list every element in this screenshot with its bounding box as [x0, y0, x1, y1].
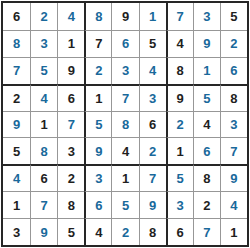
- cell-r1c5[interactable]: 9: [111, 3, 138, 30]
- cell-r3c9[interactable]: 6: [220, 57, 247, 84]
- cell-r7c3[interactable]: 2: [57, 164, 84, 191]
- cell-r9c5[interactable]: 2: [111, 218, 138, 245]
- cell-r1c9[interactable]: 5: [220, 3, 247, 30]
- sudoku-board: 6248917358317654927592348162461739589175…: [1, 1, 249, 247]
- cell-r6c8[interactable]: 6: [193, 137, 220, 164]
- cell-r3c1[interactable]: 7: [3, 57, 30, 84]
- cell-r8c4[interactable]: 6: [84, 191, 111, 218]
- cell-r5c6[interactable]: 6: [139, 111, 166, 138]
- cell-r4c9[interactable]: 8: [220, 84, 247, 111]
- cell-r3c8[interactable]: 1: [193, 57, 220, 84]
- cell-r1c6[interactable]: 1: [139, 3, 166, 30]
- cell-r8c1[interactable]: 1: [3, 191, 30, 218]
- cell-r5c9[interactable]: 3: [220, 111, 247, 138]
- cell-r7c7[interactable]: 5: [166, 164, 193, 191]
- cell-r1c3[interactable]: 4: [57, 3, 84, 30]
- cell-r4c1[interactable]: 2: [3, 84, 30, 111]
- cell-r3c4[interactable]: 2: [84, 57, 111, 84]
- cell-r7c1[interactable]: 4: [3, 164, 30, 191]
- cell-r6c5[interactable]: 4: [111, 137, 138, 164]
- cell-r4c4[interactable]: 1: [84, 84, 111, 111]
- cell-r8c3[interactable]: 8: [57, 191, 84, 218]
- cell-r3c7[interactable]: 8: [166, 57, 193, 84]
- cell-r6c2[interactable]: 8: [30, 137, 57, 164]
- cell-r5c1[interactable]: 9: [3, 111, 30, 138]
- cell-r2c6[interactable]: 5: [139, 30, 166, 57]
- cell-r4c3[interactable]: 6: [57, 84, 84, 111]
- cell-r5c3[interactable]: 7: [57, 111, 84, 138]
- cell-r2c1[interactable]: 8: [3, 30, 30, 57]
- cell-r6c7[interactable]: 1: [166, 137, 193, 164]
- cell-r8c2[interactable]: 7: [30, 191, 57, 218]
- cell-r9c2[interactable]: 9: [30, 218, 57, 245]
- cell-r2c2[interactable]: 3: [30, 30, 57, 57]
- cell-r9c4[interactable]: 4: [84, 218, 111, 245]
- cell-r1c8[interactable]: 3: [193, 3, 220, 30]
- cell-r3c6[interactable]: 4: [139, 57, 166, 84]
- cell-r9c6[interactable]: 8: [139, 218, 166, 245]
- cell-r5c2[interactable]: 1: [30, 111, 57, 138]
- cell-r4c2[interactable]: 4: [30, 84, 57, 111]
- cell-r7c2[interactable]: 6: [30, 164, 57, 191]
- cell-r8c5[interactable]: 5: [111, 191, 138, 218]
- cell-r6c6[interactable]: 2: [139, 137, 166, 164]
- cell-r2c9[interactable]: 2: [220, 30, 247, 57]
- cell-r1c1[interactable]: 6: [3, 3, 30, 30]
- cell-r3c2[interactable]: 5: [30, 57, 57, 84]
- cell-r1c2[interactable]: 2: [30, 3, 57, 30]
- cell-r5c8[interactable]: 4: [193, 111, 220, 138]
- cell-r7c9[interactable]: 9: [220, 164, 247, 191]
- cell-r8c7[interactable]: 3: [166, 191, 193, 218]
- cell-r9c8[interactable]: 7: [193, 218, 220, 245]
- cell-r2c3[interactable]: 1: [57, 30, 84, 57]
- cell-r9c9[interactable]: 1: [220, 218, 247, 245]
- cell-r6c1[interactable]: 5: [3, 137, 30, 164]
- cell-r7c6[interactable]: 7: [139, 164, 166, 191]
- cell-r6c9[interactable]: 7: [220, 137, 247, 164]
- cell-r4c6[interactable]: 3: [139, 84, 166, 111]
- cell-r5c5[interactable]: 8: [111, 111, 138, 138]
- cell-r9c3[interactable]: 5: [57, 218, 84, 245]
- cell-r3c5[interactable]: 3: [111, 57, 138, 84]
- cell-r8c9[interactable]: 4: [220, 191, 247, 218]
- cell-r2c5[interactable]: 6: [111, 30, 138, 57]
- cell-r9c1[interactable]: 3: [3, 218, 30, 245]
- cell-r6c3[interactable]: 3: [57, 137, 84, 164]
- cell-r2c8[interactable]: 9: [193, 30, 220, 57]
- cell-r2c4[interactable]: 7: [84, 30, 111, 57]
- cell-r9c7[interactable]: 6: [166, 218, 193, 245]
- cell-r2c7[interactable]: 4: [166, 30, 193, 57]
- cell-r8c6[interactable]: 9: [139, 191, 166, 218]
- cell-r4c5[interactable]: 7: [111, 84, 138, 111]
- cell-r7c8[interactable]: 8: [193, 164, 220, 191]
- cell-r5c4[interactable]: 5: [84, 111, 111, 138]
- cell-r6c4[interactable]: 9: [84, 137, 111, 164]
- cell-r1c7[interactable]: 7: [166, 3, 193, 30]
- cell-r8c8[interactable]: 2: [193, 191, 220, 218]
- cell-r4c8[interactable]: 5: [193, 84, 220, 111]
- cell-r5c7[interactable]: 2: [166, 111, 193, 138]
- cell-r7c5[interactable]: 1: [111, 164, 138, 191]
- cell-r4c7[interactable]: 9: [166, 84, 193, 111]
- cell-r3c3[interactable]: 9: [57, 57, 84, 84]
- cell-r1c4[interactable]: 8: [84, 3, 111, 30]
- cell-r7c4[interactable]: 3: [84, 164, 111, 191]
